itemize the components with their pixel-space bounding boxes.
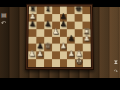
piece-white-pawn[interactable]: ♟ <box>60 43 68 51</box>
menu-icon[interactable]: ▤ <box>1 12 7 18</box>
square-g5[interactable] <box>75 29 83 37</box>
square-d3[interactable] <box>52 44 60 52</box>
piece-black-pawn[interactable]: ♟ <box>67 35 75 43</box>
square-e1[interactable] <box>60 59 68 67</box>
square-d5[interactable]: ♟ <box>52 29 60 37</box>
piece-white-pawn[interactable]: ♟ <box>83 35 91 43</box>
square-h8[interactable] <box>82 7 90 14</box>
square-c8[interactable]: ♝ <box>44 7 52 14</box>
square-h7[interactable] <box>83 14 91 21</box>
square-c2[interactable] <box>44 52 52 60</box>
piece-black-pawn[interactable]: ♟ <box>29 20 37 27</box>
square-e2[interactable] <box>60 52 68 60</box>
letterbox-bottom <box>0 78 120 90</box>
square-d4[interactable] <box>52 36 60 44</box>
square-g6[interactable] <box>75 21 83 28</box>
square-g4[interactable] <box>75 36 83 44</box>
square-e6[interactable]: ♟ <box>60 21 68 28</box>
app-screen: ♜♝♚♟♟♟♟♟♟♜♟♟♟♛♟♟♟♟♟♚ ▤ ↶ ⧗ ↷ <box>0 0 120 90</box>
square-e3[interactable]: ♟ <box>60 44 68 52</box>
piece-white-king[interactable]: ♚ <box>75 58 83 66</box>
square-f4[interactable]: ♟ <box>67 36 75 44</box>
square-c5[interactable] <box>44 29 52 37</box>
square-b6[interactable] <box>36 21 44 28</box>
redo-icon[interactable]: ↷ <box>114 69 118 74</box>
square-h3[interactable] <box>83 44 91 52</box>
square-a2[interactable]: ♟ <box>28 52 36 60</box>
square-b2[interactable]: ♟ <box>36 52 44 60</box>
square-f1[interactable] <box>67 59 75 67</box>
square-d2[interactable] <box>52 52 60 60</box>
square-e5[interactable] <box>60 29 68 37</box>
undo-icon[interactable]: ↶ <box>1 20 6 26</box>
square-f7[interactable] <box>67 14 75 21</box>
square-g8[interactable]: ♚ <box>75 7 83 14</box>
piece-white-queen[interactable]: ♛ <box>44 43 52 51</box>
piece-black-pawn[interactable]: ♟ <box>44 20 52 27</box>
square-g7[interactable] <box>75 14 83 21</box>
square-a4[interactable] <box>28 36 36 44</box>
square-b5[interactable] <box>36 29 44 37</box>
square-a5[interactable] <box>28 29 36 37</box>
piece-black-pawn[interactable]: ♟ <box>60 20 68 27</box>
square-b7[interactable] <box>36 14 44 21</box>
square-f2[interactable]: ♟ <box>67 52 75 60</box>
square-h2[interactable] <box>83 52 91 60</box>
square-h1[interactable] <box>83 59 91 67</box>
piece-black-bishop[interactable]: ♝ <box>44 6 52 13</box>
piece-white-pawn[interactable]: ♟ <box>28 51 36 59</box>
board-frame: ♜♝♚♟♟♟♟♟♟♜♟♟♟♛♟♟♟♟♟♚ <box>25 4 94 70</box>
square-c1[interactable] <box>44 59 52 67</box>
square-d1[interactable] <box>52 59 60 67</box>
square-g1[interactable]: ♚ <box>75 59 83 67</box>
square-c3[interactable]: ♛ <box>44 44 52 52</box>
square-a6[interactable]: ♟ <box>29 21 37 28</box>
piece-white-pawn[interactable]: ♟ <box>52 28 60 36</box>
square-d8[interactable] <box>52 7 60 14</box>
square-c6[interactable]: ♟ <box>44 21 52 28</box>
square-h4[interactable]: ♟ <box>83 36 91 44</box>
piece-white-pawn[interactable]: ♟ <box>67 51 75 59</box>
square-f8[interactable] <box>67 7 75 14</box>
square-b8[interactable] <box>36 7 44 14</box>
square-f6[interactable] <box>67 21 75 28</box>
square-b1[interactable] <box>36 59 44 67</box>
piece-white-pawn[interactable]: ♟ <box>36 51 44 59</box>
square-a1[interactable] <box>28 59 36 67</box>
piece-black-king[interactable]: ♚ <box>75 6 83 13</box>
square-d7[interactable] <box>52 14 60 21</box>
board: ♜♝♚♟♟♟♟♟♟♜♟♟♟♛♟♟♟♟♟♚ <box>28 7 91 67</box>
hourglass-icon: ⧗ <box>114 59 118 65</box>
